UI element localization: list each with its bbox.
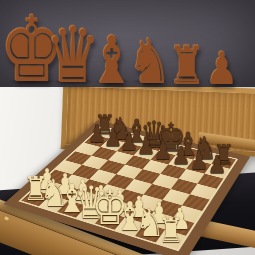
knight-piece-icon: ♞	[128, 38, 172, 86]
board-in-box-photo	[0, 87, 255, 255]
rook-piece-icon: ♜	[168, 45, 206, 86]
piece-lineup-photo: ♚ ♛ ♝ ♞ ♜ ♟	[0, 0, 255, 87]
chess-set-product-photo: ♚ ♛ ♝ ♞ ♜ ♟ ♜♞♝♛♚♝♞♜♟♟♟♟♟♟♟♟♟♟♟♟♟♟♟♟♜♞♝♛…	[0, 0, 255, 255]
hinge-pin	[3, 216, 9, 222]
pawn-piece-icon: ♟	[206, 51, 238, 86]
